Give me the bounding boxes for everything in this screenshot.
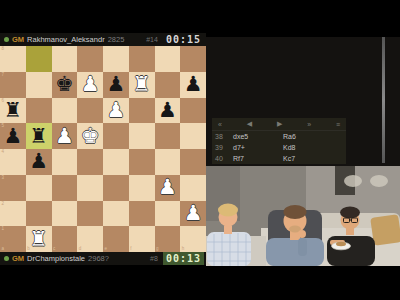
brown-hair: [284, 205, 307, 219]
piece-black-king[interactable]: ♚: [52, 72, 78, 98]
file-label: h: [182, 247, 185, 252]
square-a5[interactable]: 5♟: [0, 123, 26, 149]
food: [336, 242, 346, 246]
square-c2[interactable]: [52, 201, 78, 227]
hand: [298, 230, 306, 238]
file-label: c: [53, 247, 55, 252]
move-row: 40Rf7Kc7: [212, 153, 346, 164]
square-a6[interactable]: 6♜: [0, 98, 26, 124]
piece-white-rook[interactable]: ♜: [129, 72, 155, 98]
online-indicator-icon: [4, 37, 9, 42]
square-a4[interactable]: 4: [0, 149, 26, 175]
move-list: «◀▶»≡ 38dxe5Ra639d7+Kd840Rf7Kc7: [212, 118, 346, 164]
file-label: f: [130, 247, 131, 252]
square-g8[interactable]: [155, 46, 181, 72]
square-d5[interactable]: ♚: [77, 123, 103, 149]
square-e7[interactable]: ♟: [103, 72, 129, 98]
piece-black-pawn[interactable]: ♟: [26, 149, 52, 175]
square-f3[interactable]: [129, 175, 155, 201]
square-e8[interactable]: [103, 46, 129, 72]
piece-white-pawn[interactable]: ♟: [155, 175, 181, 201]
black-move[interactable]: Kd8: [283, 144, 343, 151]
piece-black-rook[interactable]: ♜: [0, 98, 26, 124]
tan-cushion: [370, 214, 400, 246]
ceiling-light-glow: [344, 175, 362, 187]
top-player-name[interactable]: Rakhmanov_Aleksandr: [27, 35, 105, 44]
next-move-icon[interactable]: ▶: [277, 120, 282, 128]
square-e2[interactable]: [103, 201, 129, 227]
move-number: 40: [212, 155, 233, 162]
previous-move-icon[interactable]: ◀: [247, 120, 252, 128]
square-h1[interactable]: h: [180, 226, 206, 252]
piece-black-pawn[interactable]: ♟: [0, 123, 26, 149]
square-b1[interactable]: b♜: [26, 226, 52, 252]
stream-right-panel: «◀▶»≡ 38dxe5Ra639d7+Kd840Rf7Kc7: [206, 37, 400, 166]
square-b3[interactable]: [26, 175, 52, 201]
move-number: 39: [212, 144, 233, 151]
square-e1[interactable]: e: [103, 226, 129, 252]
webcam-view: [206, 166, 400, 266]
bottom-player-rating: 2968?: [88, 254, 109, 263]
square-h8[interactable]: [180, 46, 206, 72]
piece-white-pawn[interactable]: ♟: [180, 201, 206, 227]
last-move-icon[interactable]: »: [307, 121, 311, 128]
piece-black-pawn[interactable]: ♟: [155, 98, 181, 124]
file-label: e: [105, 247, 108, 252]
square-d7[interactable]: ♟: [77, 72, 103, 98]
square-c4[interactable]: [52, 149, 78, 175]
square-e3[interactable]: [103, 175, 129, 201]
move-row: 38dxe5Ra6: [212, 131, 346, 142]
square-d2[interactable]: [77, 201, 103, 227]
square-a1[interactable]: 1a: [0, 226, 26, 252]
square-h2[interactable]: ♟: [180, 201, 206, 227]
move-row: 39d7+Kd8: [212, 142, 346, 153]
square-b8[interactable]: [26, 46, 52, 72]
square-d1[interactable]: d: [77, 226, 103, 252]
square-b5[interactable]: ♜: [26, 123, 52, 149]
rank-label: 2: [2, 202, 5, 207]
square-c1[interactable]: c: [52, 226, 78, 252]
list-move-icon[interactable]: ≡: [336, 121, 340, 128]
square-f6[interactable]: [129, 98, 155, 124]
square-g4[interactable]: [155, 149, 181, 175]
square-c3[interactable]: [52, 175, 78, 201]
first-move-icon[interactable]: «: [218, 121, 222, 128]
piece-white-pawn[interactable]: ♟: [77, 72, 103, 98]
top-player-rating: 2825: [108, 35, 125, 44]
square-b2[interactable]: [26, 201, 52, 227]
panel-divider: [382, 37, 385, 163]
square-h7[interactable]: ♟: [180, 72, 206, 98]
square-d8[interactable]: [77, 46, 103, 72]
square-e4[interactable]: [103, 149, 129, 175]
black-move[interactable]: Ra6: [283, 133, 343, 140]
online-indicator-icon: [4, 256, 9, 261]
square-f8[interactable]: [129, 46, 155, 72]
move-list-controls: «◀▶»≡: [212, 118, 346, 131]
bottom-player-rank: #8: [150, 255, 158, 262]
file-label: g: [156, 247, 159, 252]
square-h4[interactable]: [180, 149, 206, 175]
square-c6[interactable]: [52, 98, 78, 124]
square-a8[interactable]: 8: [0, 46, 26, 72]
square-g5[interactable]: [155, 123, 181, 149]
square-b7[interactable]: [26, 72, 52, 98]
piece-white-pawn[interactable]: ♟: [103, 98, 129, 124]
square-b4[interactable]: ♟: [26, 149, 52, 175]
bottom-player-title: GM: [12, 254, 24, 263]
square-g1[interactable]: g: [155, 226, 181, 252]
square-g6[interactable]: ♟: [155, 98, 181, 124]
square-h6[interactable]: [180, 98, 206, 124]
rank-label: 1: [2, 227, 5, 232]
square-f1[interactable]: f: [129, 226, 155, 252]
black-move[interactable]: Kc7: [283, 155, 343, 162]
white-move[interactable]: d7+: [233, 144, 283, 151]
dark-hair: [340, 207, 360, 219]
square-a7[interactable]: 7: [0, 72, 26, 98]
square-d3[interactable]: [77, 175, 103, 201]
top-player-bar: GM Rakhmanov_Aleksandr 2825 #14 00:15: [0, 33, 206, 46]
bottom-player-bar: GM DrChampionstale 2968? #8 00:13: [0, 252, 206, 265]
file-label: a: [2, 247, 5, 252]
square-f7[interactable]: ♜: [129, 72, 155, 98]
rank-label: 3: [2, 176, 5, 181]
blond-hair: [218, 204, 238, 217]
piece-white-pawn[interactable]: ♟: [52, 123, 78, 149]
square-e5[interactable]: [103, 123, 129, 149]
white-move[interactable]: dxe5: [233, 133, 283, 140]
bottom-player-clock: 00:13: [163, 252, 204, 265]
top-player-clock: 00:15: [163, 33, 204, 46]
square-b6[interactable]: [26, 98, 52, 124]
rank-label: 8: [2, 47, 5, 52]
square-h5[interactable]: [180, 123, 206, 149]
piece-white-rook[interactable]: ♜: [26, 226, 52, 252]
white-move[interactable]: Rf7: [233, 155, 283, 162]
square-a2[interactable]: 2: [0, 201, 26, 227]
bottom-player-name[interactable]: DrChampionstale: [27, 254, 85, 263]
piece-white-king[interactable]: ♚: [77, 123, 103, 149]
piece-black-pawn[interactable]: ♟: [103, 72, 129, 98]
square-d6[interactable]: [77, 98, 103, 124]
square-g3[interactable]: ♟: [155, 175, 181, 201]
move-number: 38: [212, 133, 233, 140]
square-f2[interactable]: [129, 201, 155, 227]
square-e6[interactable]: ♟: [103, 98, 129, 124]
rank-label: 4: [2, 150, 5, 155]
chess-board[interactable]: 87♚♟♟♜♟6♜♟♟5♟♜♟♚4♟3♟2♟1ab♜cdefgh: [0, 46, 206, 252]
square-f5[interactable]: [129, 123, 155, 149]
square-g2[interactable]: [155, 201, 181, 227]
square-d4[interactable]: [77, 149, 103, 175]
top-player-rank: #14: [146, 36, 158, 43]
square-g7[interactable]: [155, 72, 181, 98]
top-player-title: GM: [12, 35, 24, 44]
rank-label: 7: [2, 73, 5, 78]
piece-black-pawn[interactable]: ♟: [180, 72, 206, 98]
square-f4[interactable]: [129, 149, 155, 175]
webcam-scene: [206, 166, 400, 266]
square-c8[interactable]: [52, 46, 78, 72]
file-label: d: [79, 247, 82, 252]
square-a3[interactable]: 3: [0, 175, 26, 201]
square-h3[interactable]: [180, 175, 206, 201]
square-c5[interactable]: ♟: [52, 123, 78, 149]
piece-black-rook[interactable]: ♜: [26, 123, 52, 149]
ceiling-light-glow: [370, 175, 388, 187]
square-c7[interactable]: ♚: [52, 72, 78, 98]
